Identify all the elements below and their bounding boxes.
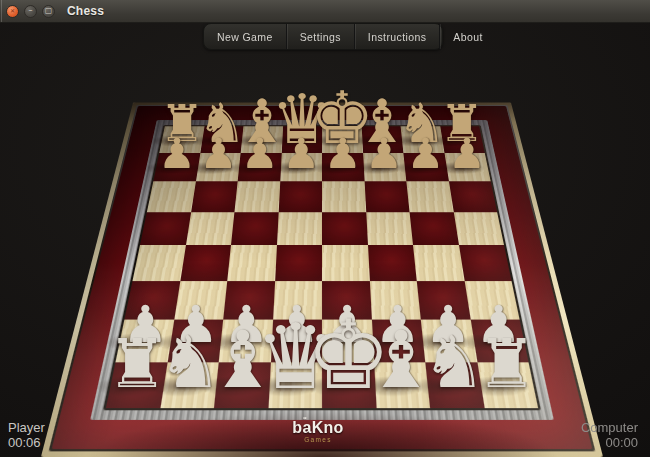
square-a6[interactable] xyxy=(147,181,196,212)
square-g5[interactable] xyxy=(410,212,459,245)
square-g6[interactable] xyxy=(406,181,453,212)
menu-instructions[interactable]: Instructions xyxy=(354,24,440,49)
square-a4[interactable] xyxy=(133,245,186,281)
square-g4[interactable] xyxy=(413,245,464,281)
square-e6[interactable] xyxy=(322,181,366,212)
board-scene xyxy=(0,0,650,457)
square-h4[interactable] xyxy=(459,245,512,281)
square-c4[interactable] xyxy=(227,245,276,281)
square-b3[interactable] xyxy=(174,281,227,320)
square-h3[interactable] xyxy=(464,281,519,320)
chess-board[interactable] xyxy=(41,102,603,457)
square-f6[interactable] xyxy=(364,181,409,212)
square-a5[interactable] xyxy=(140,212,191,245)
window-minimize-button[interactable]: – xyxy=(24,5,37,18)
square-h6[interactable] xyxy=(449,181,498,212)
square-e4[interactable] xyxy=(322,245,369,281)
piece-shadow xyxy=(430,135,481,147)
square-f4[interactable] xyxy=(368,245,417,281)
menu-settings[interactable]: Settings xyxy=(286,24,354,49)
bakno-logo: baKno ʺ Games xyxy=(276,419,360,443)
window-title-bar: ✕ – ▢ Chess xyxy=(0,0,650,23)
window-maximize-button[interactable]: ▢ xyxy=(42,5,55,18)
menu-about[interactable]: About xyxy=(439,24,495,49)
menu-bar: New Game Settings Instructions About xyxy=(203,23,443,50)
square-f5[interactable] xyxy=(366,212,413,245)
square-c3[interactable] xyxy=(223,281,274,320)
square-b5[interactable] xyxy=(186,212,235,245)
computer-time: 00:00 xyxy=(581,435,638,450)
window-close-button[interactable]: ✕ xyxy=(6,5,19,18)
square-h5[interactable] xyxy=(453,212,504,245)
square-d3[interactable] xyxy=(273,281,322,320)
bakno-logo-text: baKno xyxy=(276,419,360,437)
square-c6[interactable] xyxy=(234,181,279,212)
menu-new-game[interactable]: New Game xyxy=(204,24,286,49)
square-e5[interactable] xyxy=(322,212,368,245)
piece-shadow xyxy=(458,333,524,352)
square-a3[interactable] xyxy=(124,281,179,320)
square-b6[interactable] xyxy=(191,181,238,212)
bakno-logo-accent: ʺ xyxy=(303,415,307,424)
bakno-logo-tagline: Games xyxy=(276,436,360,443)
square-d5[interactable] xyxy=(277,212,323,245)
board-squares xyxy=(106,126,538,408)
window-title: Chess xyxy=(67,4,104,18)
square-e3[interactable] xyxy=(322,281,371,320)
square-f3[interactable] xyxy=(369,281,420,320)
square-c5[interactable] xyxy=(231,212,278,245)
computer-name: Computer xyxy=(581,420,638,435)
computer-clock-panel: Computer 00:00 xyxy=(581,420,638,450)
chess-app-window: ♜♞♝♛♚♝♞♜♟♟♟♟♟♟♟♟♟♟♟♟♟♟♟♟♜♞♝♛♚♝♞♜ Player … xyxy=(0,0,650,457)
square-b4[interactable] xyxy=(180,245,231,281)
square-g3[interactable] xyxy=(417,281,470,320)
square-d6[interactable] xyxy=(278,181,322,212)
square-d4[interactable] xyxy=(275,245,322,281)
